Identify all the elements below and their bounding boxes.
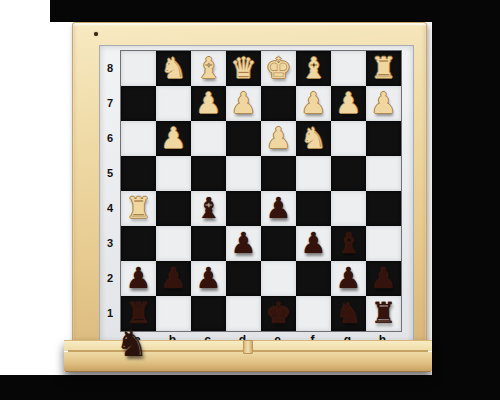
wooden-frame: 87654321 ♞♝♛♚♝♜♟♟♟♟♟♟♟♞♜♝♟♟♟♝♟♟♟♟♟♜♚♞♜ a…: [72, 22, 427, 346]
square-g8[interactable]: [331, 51, 366, 86]
square-g7[interactable]: ♟: [331, 86, 366, 121]
square-c7[interactable]: ♟: [191, 86, 226, 121]
square-h8[interactable]: ♜: [366, 51, 401, 86]
square-a8[interactable]: [121, 51, 156, 86]
piece-wP-g7[interactable]: ♟: [331, 86, 366, 121]
piece-wB-f8[interactable]: ♝: [296, 51, 331, 86]
piece-wP-e6[interactable]: ♟: [261, 121, 296, 156]
square-h7[interactable]: ♟: [366, 86, 401, 121]
square-h2[interactable]: ♟: [366, 261, 401, 296]
piece-bK-e1[interactable]: ♚: [261, 296, 296, 331]
square-e3[interactable]: [261, 226, 296, 261]
square-d1[interactable]: [226, 296, 261, 331]
rank-label-7: 7: [100, 85, 120, 120]
square-h3[interactable]: [366, 226, 401, 261]
piece-wP-d7[interactable]: ♟: [226, 86, 261, 121]
square-d4[interactable]: [226, 191, 261, 226]
piece-bP-h2[interactable]: ♟: [366, 261, 401, 296]
chess-board: ♞♝♛♚♝♜♟♟♟♟♟♟♟♞♜♝♟♟♟♝♟♟♟♟♟♜♚♞♜: [120, 50, 402, 332]
piece-bP-d3[interactable]: ♟: [226, 226, 261, 261]
piece-bP-g2[interactable]: ♟: [331, 261, 366, 296]
square-h6[interactable]: [366, 121, 401, 156]
square-g1[interactable]: ♞: [331, 296, 366, 331]
square-a7[interactable]: [121, 86, 156, 121]
square-f2[interactable]: [296, 261, 331, 296]
square-g4[interactable]: [331, 191, 366, 226]
square-e4[interactable]: ♟: [261, 191, 296, 226]
square-e2[interactable]: [261, 261, 296, 296]
photo-background-corner: [0, 0, 50, 22]
piece-wR-a4[interactable]: ♜: [121, 191, 156, 226]
piece-wP-f7[interactable]: ♟: [296, 86, 331, 121]
square-a5[interactable]: [121, 156, 156, 191]
square-e5[interactable]: [261, 156, 296, 191]
piece-bP-a2[interactable]: ♟: [121, 261, 156, 296]
square-c4[interactable]: ♝: [191, 191, 226, 226]
piece-bN-g1[interactable]: ♞: [331, 296, 366, 331]
square-h5[interactable]: [366, 156, 401, 191]
square-d6[interactable]: [226, 121, 261, 156]
square-c2[interactable]: ♟: [191, 261, 226, 296]
square-g5[interactable]: [331, 156, 366, 191]
square-f3[interactable]: ♟: [296, 226, 331, 261]
square-h1[interactable]: ♜: [366, 296, 401, 331]
square-g2[interactable]: ♟: [331, 261, 366, 296]
square-a4[interactable]: ♜: [121, 191, 156, 226]
square-h4[interactable]: [366, 191, 401, 226]
tray-divider: [243, 340, 253, 354]
square-d8[interactable]: ♛: [226, 51, 261, 86]
square-b3[interactable]: [156, 226, 191, 261]
square-f7[interactable]: ♟: [296, 86, 331, 121]
square-b6[interactable]: ♟: [156, 121, 191, 156]
piece-wQ-d8[interactable]: ♛: [226, 51, 261, 86]
screw-hole: [94, 32, 98, 36]
square-b8[interactable]: ♞: [156, 51, 191, 86]
piece-wP-c7[interactable]: ♟: [191, 86, 226, 121]
captured-knight-icon[interactable]: ♞: [112, 324, 152, 364]
piece-wN-f6[interactable]: ♞: [296, 121, 331, 156]
rank-label-2: 2: [100, 260, 120, 295]
rank-label-8: 8: [100, 50, 120, 85]
piece-bP-f3[interactable]: ♟: [296, 226, 331, 261]
square-e6[interactable]: ♟: [261, 121, 296, 156]
piece-bB-c4[interactable]: ♝: [191, 191, 226, 226]
square-b5[interactable]: [156, 156, 191, 191]
piece-wK-e8[interactable]: ♚: [261, 51, 296, 86]
piece-bP-e4[interactable]: ♟: [261, 191, 296, 226]
piece-wP-b6[interactable]: ♟: [156, 121, 191, 156]
square-e1[interactable]: ♚: [261, 296, 296, 331]
square-e7[interactable]: [261, 86, 296, 121]
square-b1[interactable]: [156, 296, 191, 331]
square-f6[interactable]: ♞: [296, 121, 331, 156]
square-b2[interactable]: ♟: [156, 261, 191, 296]
piece-bR-h1[interactable]: ♜: [366, 296, 401, 331]
square-g6[interactable]: [331, 121, 366, 156]
piece-wP-h7[interactable]: ♟: [366, 86, 401, 121]
square-a2[interactable]: ♟: [121, 261, 156, 296]
square-c8[interactable]: ♝: [191, 51, 226, 86]
square-f4[interactable]: [296, 191, 331, 226]
square-f1[interactable]: [296, 296, 331, 331]
square-a3[interactable]: [121, 226, 156, 261]
piece-bB-g3[interactable]: ♝: [331, 226, 366, 261]
square-c1[interactable]: [191, 296, 226, 331]
square-d3[interactable]: ♟: [226, 226, 261, 261]
square-f8[interactable]: ♝: [296, 51, 331, 86]
square-d7[interactable]: ♟: [226, 86, 261, 121]
square-f5[interactable]: [296, 156, 331, 191]
rank-label-3: 3: [100, 225, 120, 260]
square-d5[interactable]: [226, 156, 261, 191]
square-c5[interactable]: [191, 156, 226, 191]
piece-bP-c2[interactable]: ♟: [191, 261, 226, 296]
square-b4[interactable]: [156, 191, 191, 226]
square-c6[interactable]: [191, 121, 226, 156]
rank-label-4: 4: [100, 190, 120, 225]
piece-wR-h8[interactable]: ♜: [366, 51, 401, 86]
square-d2[interactable]: [226, 261, 261, 296]
rank-label-5: 5: [100, 155, 120, 190]
piece-bP-b2[interactable]: ♟: [156, 261, 191, 296]
board-face: 87654321 ♞♝♛♚♝♜♟♟♟♟♟♟♟♞♜♝♟♟♟♝♟♟♟♟♟♜♚♞♜ a…: [99, 45, 414, 347]
square-a6[interactable]: [121, 121, 156, 156]
square-e8[interactable]: ♚: [261, 51, 296, 86]
rank-label-6: 6: [100, 120, 120, 155]
piece-wN-b8[interactable]: ♞: [156, 51, 191, 86]
square-g3[interactable]: ♝: [331, 226, 366, 261]
square-c3[interactable]: [191, 226, 226, 261]
piece-wB-c8[interactable]: ♝: [191, 51, 226, 86]
square-b7[interactable]: [156, 86, 191, 121]
rank-labels: 87654321: [100, 50, 120, 330]
